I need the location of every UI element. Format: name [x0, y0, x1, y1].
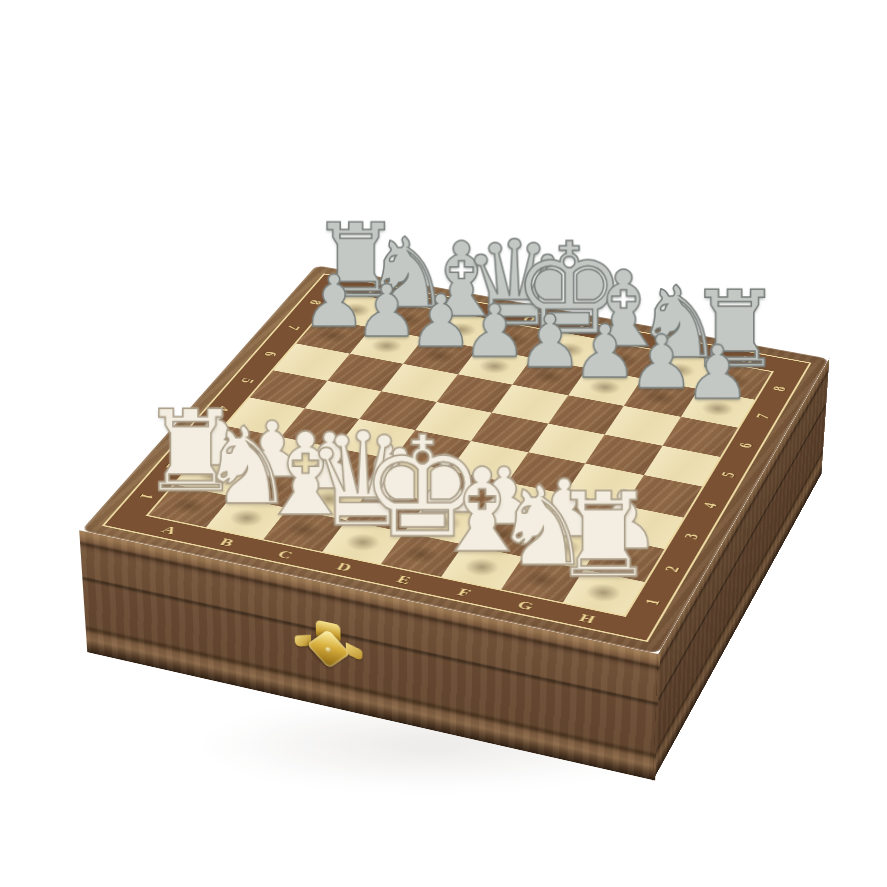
scene: AA11BB22CC33DD44EE55FF66GG77HH88 ♜♞♝♛♚♝♞… — [0, 0, 887, 887]
white-rook-h1[interactable]: ♜ — [562, 569, 644, 615]
chess-box: AA11BB22CC33DD44EE55FF66GG77HH88 ♜♞♝♛♚♝♞… — [81, 265, 829, 654]
brass-clasp[interactable] — [298, 619, 358, 680]
white-rook-glyph: ♜ — [519, 480, 688, 592]
